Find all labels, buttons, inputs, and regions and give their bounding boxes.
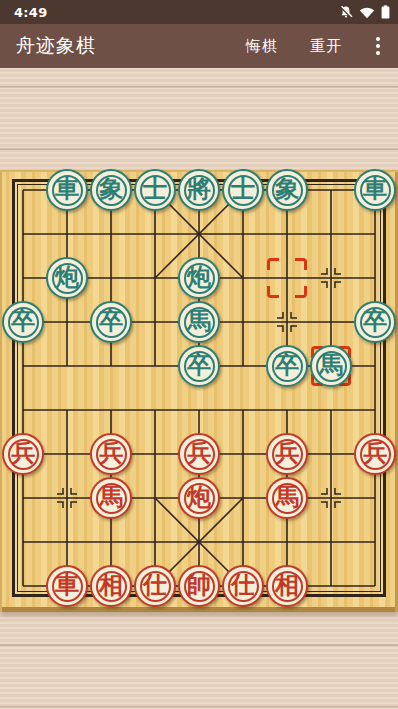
status-bar: 4:49 — [0, 0, 398, 24]
piece-glyph: 兵 — [11, 441, 35, 465]
wifi-icon — [359, 6, 375, 19]
last-move-from-marker — [267, 258, 307, 298]
piece-red-soldier[interactable]: 兵 — [354, 433, 396, 475]
piece-glyph: 兵 — [363, 441, 387, 465]
piece-glyph: 炮 — [187, 265, 211, 289]
piece-glyph: 帥 — [187, 573, 211, 597]
piece-glyph: 相 — [275, 573, 299, 597]
piece-red-advisor[interactable]: 仕 — [134, 565, 176, 607]
piece-black-horse[interactable]: 馬 — [178, 301, 220, 343]
piece-red-elephant[interactable]: 相 — [266, 565, 308, 607]
piece-glyph: 兵 — [99, 441, 123, 465]
piece-red-elephant[interactable]: 相 — [90, 565, 132, 607]
piece-glyph: 馬 — [319, 353, 343, 377]
more-options-icon — [376, 37, 380, 55]
piece-glyph: 相 — [99, 573, 123, 597]
piece-glyph: 馬 — [99, 485, 123, 509]
piece-glyph: 車 — [55, 573, 79, 597]
piece-black-general[interactable]: 將 — [178, 169, 220, 211]
piece-red-chariot[interactable]: 車 — [46, 565, 88, 607]
piece-black-elephant[interactable]: 象 — [266, 169, 308, 211]
board-grid — [23, 190, 375, 586]
piece-glyph: 卒 — [11, 309, 35, 333]
piece-black-soldier[interactable]: 卒 — [266, 345, 308, 387]
piece-glyph: 卒 — [99, 309, 123, 333]
piece-glyph: 卒 — [363, 309, 387, 333]
piece-glyph: 車 — [363, 177, 387, 201]
piece-red-soldier[interactable]: 兵 — [266, 433, 308, 475]
piece-black-soldier[interactable]: 卒 — [178, 345, 220, 387]
piece-black-chariot[interactable]: 車 — [354, 169, 396, 211]
status-time: 4:49 — [14, 5, 48, 20]
restart-button[interactable]: 重开 — [308, 33, 344, 60]
xiangqi-board[interactable]: 車象士將士象車炮炮卒卒馬卒卒卒馬兵兵兵兵兵馬炮馬車相仕帥仕相 — [0, 170, 398, 612]
piece-red-advisor[interactable]: 仕 — [222, 565, 264, 607]
piece-black-horse[interactable]: 馬 — [310, 345, 352, 387]
overflow-menu-button[interactable] — [372, 33, 384, 59]
piece-red-horse[interactable]: 馬 — [90, 477, 132, 519]
piece-red-soldier[interactable]: 兵 — [178, 433, 220, 475]
piece-glyph: 仕 — [143, 573, 167, 597]
piece-glyph: 卒 — [187, 353, 211, 377]
piece-black-chariot[interactable]: 車 — [46, 169, 88, 211]
piece-black-advisor[interactable]: 士 — [134, 169, 176, 211]
piece-glyph: 士 — [231, 177, 255, 201]
piece-glyph: 仕 — [231, 573, 255, 597]
piece-glyph: 將 — [187, 177, 211, 201]
piece-glyph: 象 — [99, 177, 123, 201]
piece-black-soldier[interactable]: 卒 — [354, 301, 396, 343]
piece-glyph: 卒 — [275, 353, 299, 377]
piece-black-soldier[interactable]: 卒 — [90, 301, 132, 343]
piece-red-cannon[interactable]: 炮 — [178, 477, 220, 519]
notifications-off-icon — [339, 5, 353, 19]
piece-red-soldier[interactable]: 兵 — [90, 433, 132, 475]
piece-glyph: 馬 — [275, 485, 299, 509]
piece-glyph: 士 — [143, 177, 167, 201]
battery-icon — [381, 5, 390, 19]
piece-red-horse[interactable]: 馬 — [266, 477, 308, 519]
piece-red-general[interactable]: 帥 — [178, 565, 220, 607]
piece-black-soldier[interactable]: 卒 — [2, 301, 44, 343]
piece-black-elephant[interactable]: 象 — [90, 169, 132, 211]
piece-glyph: 炮 — [187, 485, 211, 509]
piece-glyph: 兵 — [187, 441, 211, 465]
piece-glyph: 車 — [55, 177, 79, 201]
piece-glyph: 象 — [275, 177, 299, 201]
piece-glyph: 馬 — [187, 309, 211, 333]
undo-button[interactable]: 悔棋 — [244, 33, 280, 60]
app-bar: 舟迹象棋 悔棋 重开 — [0, 24, 398, 68]
piece-black-cannon[interactable]: 炮 — [46, 257, 88, 299]
app-title: 舟迹象棋 — [16, 33, 96, 59]
piece-red-soldier[interactable]: 兵 — [2, 433, 44, 475]
piece-black-advisor[interactable]: 士 — [222, 169, 264, 211]
piece-glyph: 炮 — [55, 265, 79, 289]
piece-glyph: 兵 — [275, 441, 299, 465]
piece-black-cannon[interactable]: 炮 — [178, 257, 220, 299]
